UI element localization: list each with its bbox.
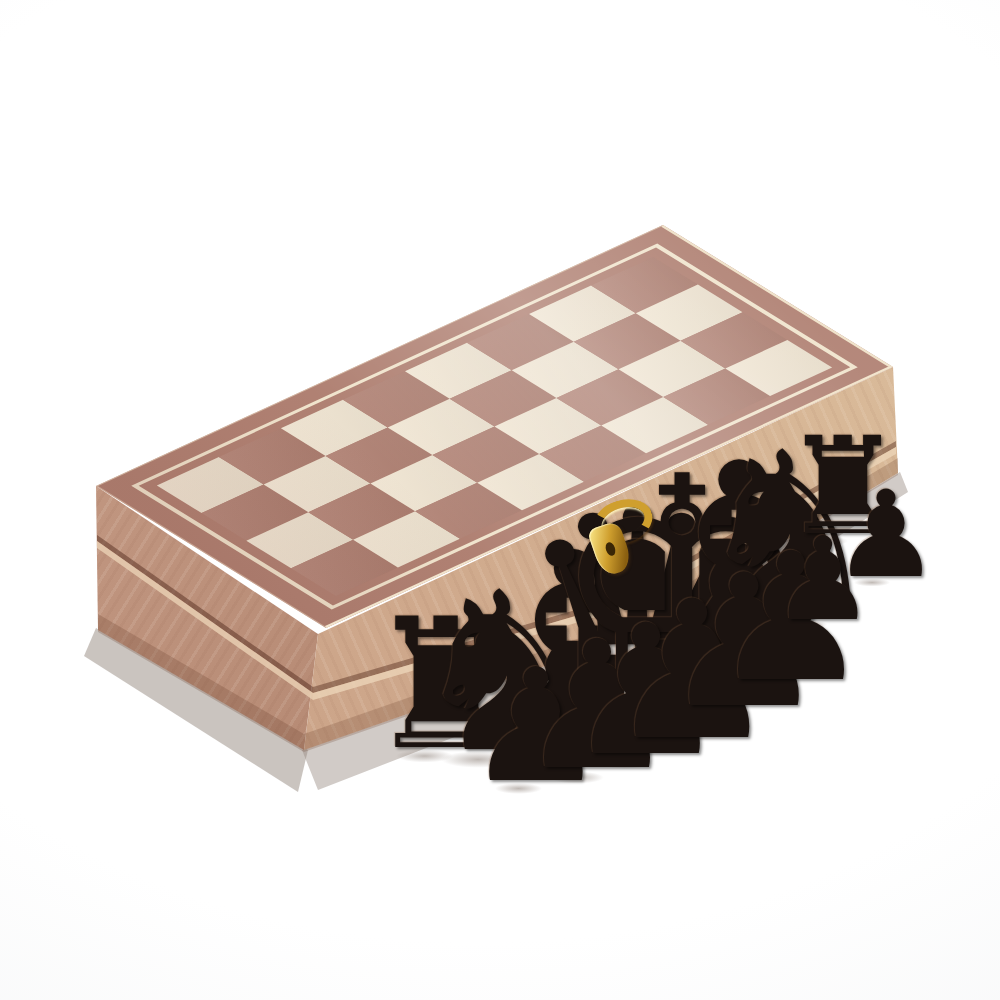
piece-pawn-8: ♟: [832, 507, 940, 583]
pawn-glyph: ♟: [832, 487, 940, 583]
clasp: [585, 499, 653, 589]
pieces-layer: ♜♞♝♛♚♝♞♜♟♟♟♟♟♟♟♟: [0, 0, 1000, 1000]
product-photo-scene: ♜♞♝♛♚♝♞♜♟♟♟♟♟♟♟♟: [0, 0, 1000, 1000]
